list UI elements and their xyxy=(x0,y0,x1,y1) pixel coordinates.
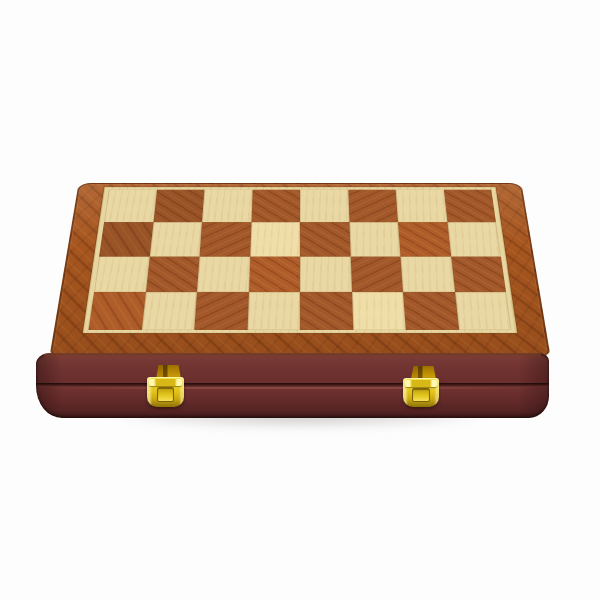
board-square-dark xyxy=(251,190,300,223)
seam-highlight xyxy=(46,387,539,389)
board-square-light xyxy=(141,292,197,330)
board-square-dark xyxy=(398,222,451,256)
board-square-light xyxy=(94,256,149,292)
board-square-light xyxy=(202,190,252,223)
board-square-dark xyxy=(300,222,350,256)
board-square-dark xyxy=(194,292,248,330)
board-square-dark xyxy=(443,190,496,223)
board-square-light xyxy=(396,190,447,223)
board-square-dark xyxy=(451,256,506,292)
board-square-dark xyxy=(99,222,153,256)
lid-front-lip xyxy=(44,353,541,359)
board-square-light xyxy=(447,222,501,256)
board-square-light xyxy=(197,256,250,292)
board-square-dark xyxy=(88,292,145,330)
board-square-light xyxy=(400,256,454,292)
box-lid xyxy=(50,183,551,356)
board-square-light xyxy=(149,222,202,256)
board-frame xyxy=(50,183,551,356)
board-square-dark xyxy=(248,256,300,292)
board-square-dark xyxy=(153,190,204,223)
board-square-dark xyxy=(403,292,459,330)
product-photo xyxy=(0,0,600,600)
board-square-light xyxy=(300,190,349,223)
clasp-left-body xyxy=(147,377,184,407)
board-square-light xyxy=(247,292,300,330)
board-square-light xyxy=(352,292,406,330)
board-square-light xyxy=(349,222,400,256)
board-square-dark xyxy=(200,222,251,256)
clasp-right-body xyxy=(403,378,439,407)
board-square-dark xyxy=(350,256,403,292)
board-square-dark xyxy=(145,256,199,292)
board-square-light xyxy=(104,190,157,223)
box-front-face xyxy=(36,353,549,418)
board-square-dark xyxy=(348,190,398,223)
chess-board xyxy=(88,190,511,330)
board-square-light xyxy=(250,222,300,256)
board-square-light xyxy=(455,292,512,330)
board-square-dark xyxy=(300,292,353,330)
board-inlay-border xyxy=(83,187,517,333)
board-square-light xyxy=(300,256,352,292)
